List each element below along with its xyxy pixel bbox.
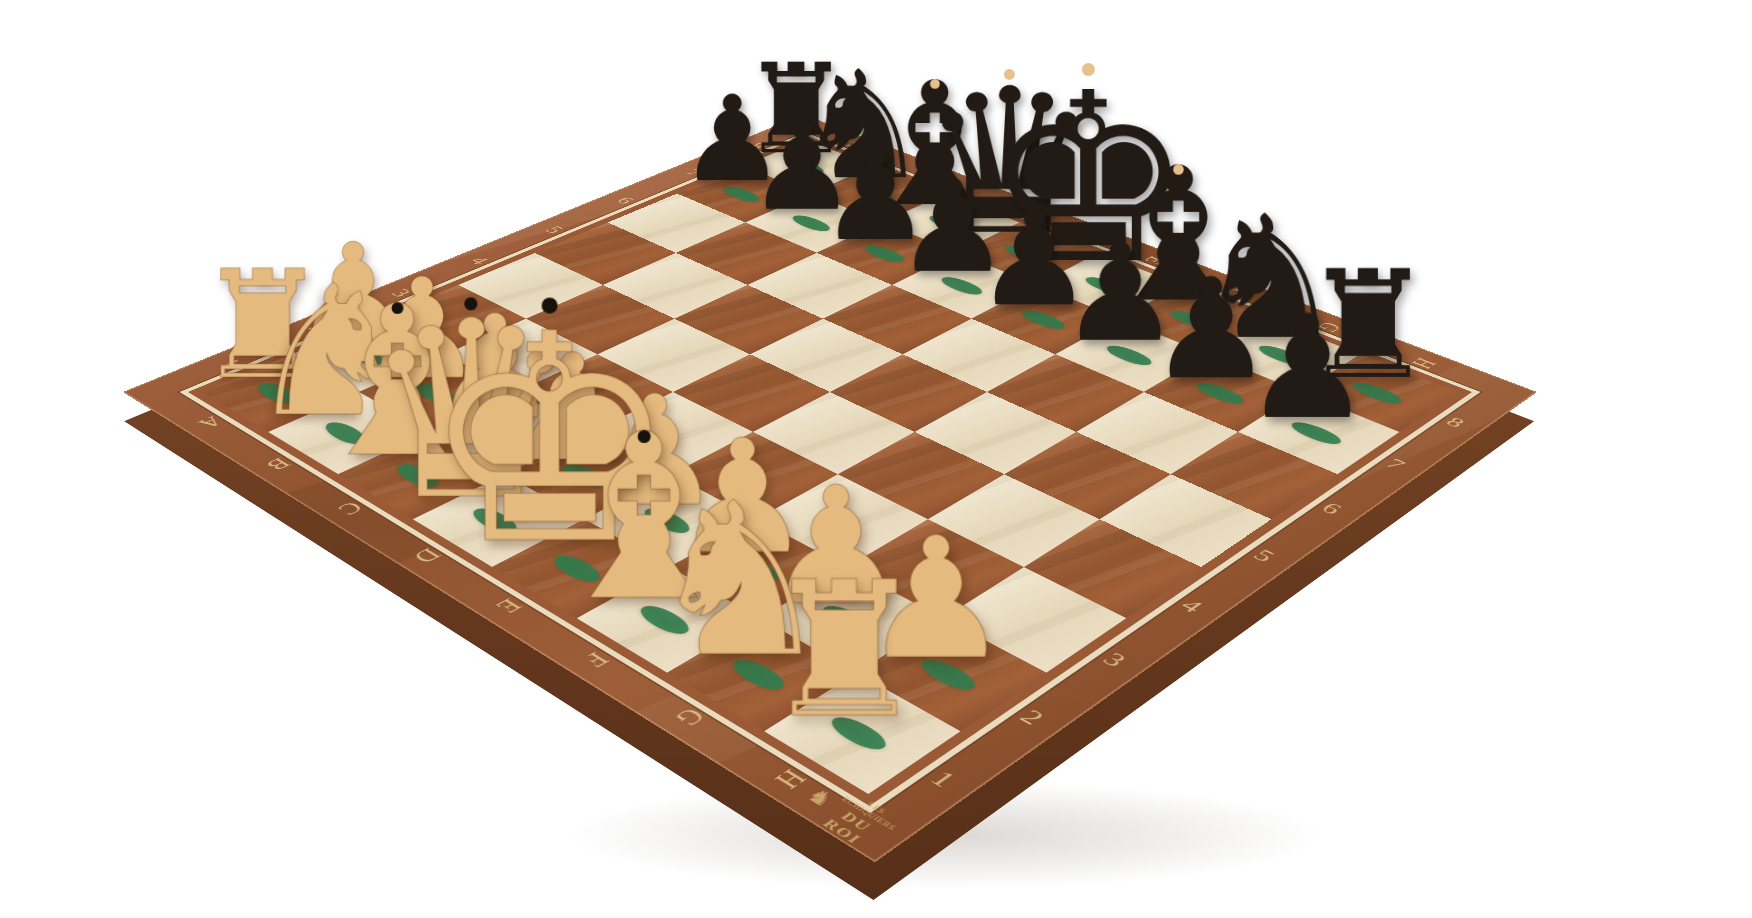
perspective-wrapper: ♜♞♝♛♚♝♞♜♟♟♟♟♟♟♟♟♟♟♟♟♟♟♟♟♜♞♝♛♚♝♞♜ ♞ LES E… [0,0,1752,918]
scene: ♜♞♝♛♚♝♞♜♟♟♟♟♟♟♟♟♟♟♟♟♟♟♟♟♜♞♝♛♚♝♞♜ ♞ LES E… [0,0,1752,918]
finial-dot [1081,63,1094,76]
piece-glyph: ♟ [1243,297,1371,440]
chess-board: ♜♞♝♛♚♝♞♜♟♟♟♟♟♟♟♟♟♟♟♟♟♟♟♟♜♞♝♛♚♝♞♜ ♞ LES E… [123,114,1537,862]
black-pawn[interactable]: ♟ [1077,297,1537,440]
piece-glyph: ♜ [760,557,927,743]
finial-dot [638,430,651,443]
playfield: ♜♞♝♛♚♝♞♜♟♟♟♟♟♟♟♟♟♟♟♟♟♟♟♟♜♞♝♛♚♝♞♜ [202,140,1458,794]
finial-dot [541,298,557,314]
rank-label-7-right: 7 [1363,447,1429,481]
knight-horse-icon: ♞ [801,786,839,811]
finial-dot [1173,164,1183,174]
white-rook[interactable]: ♜ [564,557,1123,743]
